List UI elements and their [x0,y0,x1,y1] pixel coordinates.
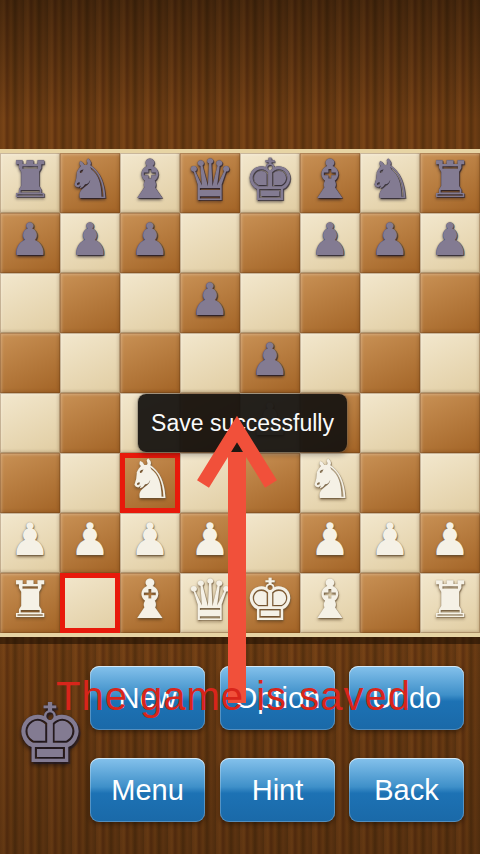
square-b3[interactable] [60,453,120,513]
square-b6[interactable] [60,273,120,333]
piece-white-bishop-f1[interactable]: ♝ [300,569,360,629]
square-g6[interactable] [360,273,420,333]
square-g4[interactable] [360,393,420,453]
square-h5[interactable] [420,333,480,393]
square-d7[interactable] [180,213,240,273]
last-move-highlight-b1 [60,573,120,633]
piece-white-pawn-b2[interactable]: ♟ [60,509,120,569]
black-king-turn-indicator: ♚ [8,686,92,782]
save-toast: Save successfully [138,394,347,452]
piece-white-pawn-d2[interactable]: ♟ [180,509,240,569]
piece-white-rook-h1[interactable]: ♜ [420,569,480,629]
piece-black-pawn-b7[interactable]: ♟ [60,209,120,269]
piece-white-pawn-a2[interactable]: ♟ [0,509,60,569]
square-b4[interactable] [60,393,120,453]
square-a6[interactable] [0,273,60,333]
square-e3[interactable] [240,453,300,513]
piece-black-queen-d8[interactable]: ♛ [180,149,240,209]
piece-white-king-e1[interactable]: ♚ [240,569,300,629]
piece-black-knight-g8[interactable]: ♞ [360,149,420,209]
piece-black-knight-b8[interactable]: ♞ [60,149,120,209]
square-a4[interactable] [0,393,60,453]
piece-white-bishop-c1[interactable]: ♝ [120,569,180,629]
piece-black-pawn-a7[interactable]: ♟ [0,209,60,269]
square-g1[interactable] [360,573,420,633]
piece-white-rook-a1[interactable]: ♜ [0,569,60,629]
piece-black-pawn-g7[interactable]: ♟ [360,209,420,269]
piece-black-pawn-f7[interactable]: ♟ [300,209,360,269]
piece-black-pawn-e5[interactable]: ♟ [240,329,300,389]
square-d3[interactable] [180,453,240,513]
square-h3[interactable] [420,453,480,513]
square-b5[interactable] [60,333,120,393]
chess-board[interactable]: ♜♞♝♛♚♝♞♜♟♟♟♟♟♟♟♟♟♞♞♟♟♟♟♟♟♟♜♝♛♚♝♜ [0,153,480,633]
piece-white-pawn-c2[interactable]: ♟ [120,509,180,569]
hint-button[interactable]: Hint [220,758,335,822]
square-e7[interactable] [240,213,300,273]
square-e2[interactable] [240,513,300,573]
square-g5[interactable] [360,333,420,393]
piece-black-pawn-d6[interactable]: ♟ [180,269,240,329]
piece-black-rook-a8[interactable]: ♜ [0,149,60,209]
square-a5[interactable] [0,333,60,393]
square-g3[interactable] [360,453,420,513]
piece-black-pawn-h7[interactable]: ♟ [420,209,480,269]
square-c6[interactable] [120,273,180,333]
square-d5[interactable] [180,333,240,393]
piece-white-pawn-f2[interactable]: ♟ [300,509,360,569]
chess-app-screen: ♜♞♝♛♚♝♞♜♟♟♟♟♟♟♟♟♟♞♞♟♟♟♟♟♟♟♜♝♛♚♝♜ Save su… [0,0,480,854]
piece-black-bishop-f8[interactable]: ♝ [300,149,360,209]
square-h4[interactable] [420,393,480,453]
back-button[interactable]: Back [349,758,464,822]
menu-button[interactable]: Menu [90,758,205,822]
piece-white-knight-c3[interactable]: ♞ [120,449,180,509]
piece-white-queen-d1[interactable]: ♛ [180,569,240,629]
piece-white-knight-f3[interactable]: ♞ [300,449,360,509]
board-edge-shadow [0,637,480,644]
square-f6[interactable] [300,273,360,333]
new-button[interactable]: New [90,666,205,730]
toast-message: Save successfully [151,410,334,436]
piece-white-pawn-g2[interactable]: ♟ [360,509,420,569]
piece-white-pawn-h2[interactable]: ♟ [420,509,480,569]
square-e6[interactable] [240,273,300,333]
piece-black-king-e8[interactable]: ♚ [240,149,300,209]
piece-black-pawn-c7[interactable]: ♟ [120,209,180,269]
piece-black-rook-h8[interactable]: ♜ [420,149,480,209]
square-c5[interactable] [120,333,180,393]
square-a3[interactable] [0,453,60,513]
square-h6[interactable] [420,273,480,333]
undo-button[interactable]: Undo [349,666,464,730]
piece-black-bishop-c8[interactable]: ♝ [120,149,180,209]
option-button[interactable]: Option [220,666,335,730]
square-f5[interactable] [300,333,360,393]
